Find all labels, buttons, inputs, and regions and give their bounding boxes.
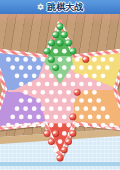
hole-7-8[interactable] — [88, 82, 93, 87]
hole-5-0[interactable] — [10, 65, 15, 70]
marble-green[interactable] — [57, 40, 64, 47]
marble-red[interactable] — [52, 130, 59, 137]
hole-7-6[interactable] — [71, 82, 76, 87]
hole-12-5[interactable] — [49, 123, 54, 128]
hole-9-7[interactable] — [79, 98, 84, 103]
hole-10-0[interactable] — [15, 106, 20, 111]
marble-red[interactable] — [44, 130, 51, 137]
marble-red[interactable] — [70, 130, 77, 137]
hole-9-8[interactable] — [88, 98, 93, 103]
marble-red[interactable] — [61, 146, 68, 153]
hole-6-6[interactable] — [66, 73, 71, 78]
hole-11-5[interactable] — [53, 115, 58, 120]
hole-10-9[interactable] — [92, 106, 97, 111]
hole-10-1[interactable] — [23, 106, 28, 111]
hole-9-5[interactable] — [62, 98, 67, 103]
hole-10-6[interactable] — [66, 106, 71, 111]
hole-5-8[interactable] — [79, 65, 84, 70]
hole-5-3[interactable] — [36, 65, 41, 70]
hole-8-1[interactable] — [32, 90, 37, 95]
hole-5-11[interactable] — [105, 65, 110, 70]
hole-12-2[interactable] — [23, 123, 28, 128]
hole-5-2[interactable] — [28, 65, 33, 70]
hole-11-8[interactable] — [79, 115, 84, 120]
hole-6-8[interactable] — [83, 73, 88, 78]
hole-4-0[interactable] — [6, 57, 11, 62]
hole-8-7[interactable] — [83, 90, 88, 95]
hole-6-0[interactable] — [15, 73, 20, 78]
marble-red[interactable] — [74, 89, 81, 96]
marble-red[interactable] — [82, 56, 89, 63]
hole-4-3[interactable] — [32, 57, 37, 62]
game-screen: ✡ 跳棋大战 — [0, 0, 120, 170]
hole-14-1[interactable] — [58, 139, 63, 144]
hole-6-4[interactable] — [49, 73, 54, 78]
hole-7-4[interactable] — [53, 82, 58, 87]
hole-11-1[interactable] — [19, 115, 24, 120]
marble-green[interactable] — [61, 31, 68, 38]
hole-10-5[interactable] — [58, 106, 63, 111]
hole-11-3[interactable] — [36, 115, 41, 120]
hole-12-12[interactable] — [109, 123, 114, 128]
hole-12-1[interactable] — [15, 123, 20, 128]
hole-4-6[interactable] — [58, 57, 63, 62]
hole-5-4[interactable] — [45, 65, 50, 70]
hole-10-3[interactable] — [40, 106, 45, 111]
marble-green[interactable] — [48, 56, 55, 63]
hole-12-3[interactable] — [32, 123, 37, 128]
marble-red[interactable] — [70, 114, 77, 121]
marble-red[interactable] — [48, 138, 55, 145]
hole-6-1[interactable] — [23, 73, 28, 78]
hole-7-1[interactable] — [28, 82, 33, 87]
hole-5-10[interactable] — [96, 65, 101, 70]
hole-7-7[interactable] — [79, 82, 84, 87]
hole-4-1[interactable] — [15, 57, 20, 62]
hole-5-6[interactable] — [62, 65, 67, 70]
marble-green[interactable] — [52, 31, 59, 38]
marble-green[interactable] — [48, 40, 55, 47]
marble-green[interactable] — [65, 40, 72, 47]
hole-9-0[interactable] — [19, 98, 24, 103]
hole-5-1[interactable] — [19, 65, 24, 70]
hole-12-6[interactable] — [58, 123, 63, 128]
hole-12-8[interactable] — [75, 123, 80, 128]
hole-5-7[interactable] — [71, 65, 76, 70]
marble-red[interactable] — [57, 155, 64, 162]
hole-4-12[interactable] — [109, 57, 114, 62]
hole-10-10[interactable] — [101, 106, 106, 111]
marble-red[interactable] — [65, 138, 72, 145]
hole-8-4[interactable] — [58, 90, 63, 95]
hexagram-star-icon: ✡ — [37, 3, 45, 12]
hole-9-9[interactable] — [96, 98, 101, 103]
app-title: 跳棋大战 — [47, 1, 83, 14]
hole-10-4[interactable] — [49, 106, 54, 111]
hole-6-7[interactable] — [75, 73, 80, 78]
hole-10-7[interactable] — [75, 106, 80, 111]
hole-8-8[interactable] — [92, 90, 97, 95]
hole-6-9[interactable] — [92, 73, 97, 78]
hole-6-2[interactable] — [32, 73, 37, 78]
hole-11-4[interactable] — [45, 115, 50, 120]
hole-8-2[interactable] — [40, 90, 45, 95]
hole-11-0[interactable] — [10, 115, 15, 120]
hole-7-5[interactable] — [62, 82, 67, 87]
hole-12-11[interactable] — [101, 123, 106, 128]
hole-9-2[interactable] — [36, 98, 41, 103]
hole-4-11[interactable] — [101, 57, 106, 62]
hole-9-6[interactable] — [71, 98, 76, 103]
hole-4-10[interactable] — [92, 57, 97, 62]
hole-4-4[interactable] — [40, 57, 45, 62]
hole-3-2[interactable] — [62, 49, 67, 54]
chinese-checkers-board[interactable] — [0, 0, 120, 170]
hole-12-9[interactable] — [83, 123, 88, 128]
hole-7-3[interactable] — [45, 82, 50, 87]
hole-13-2[interactable] — [62, 131, 67, 136]
hole-9-1[interactable] — [28, 98, 33, 103]
hole-6-10[interactable] — [101, 73, 106, 78]
hole-9-4[interactable] — [53, 98, 58, 103]
hole-11-6[interactable] — [62, 115, 67, 120]
marble-green[interactable] — [70, 48, 77, 55]
hole-8-5[interactable] — [66, 90, 71, 95]
hole-11-11[interactable] — [105, 115, 110, 120]
hole-6-3[interactable] — [40, 73, 45, 78]
hole-8-3[interactable] — [49, 90, 54, 95]
hole-4-7[interactable] — [66, 57, 71, 62]
hole-6-5[interactable] — [58, 73, 63, 78]
hole-12-4[interactable] — [40, 123, 45, 128]
hole-11-10[interactable] — [96, 115, 101, 120]
hole-10-2[interactable] — [32, 106, 37, 111]
hole-12-7[interactable] — [66, 123, 71, 128]
hole-11-2[interactable] — [28, 115, 33, 120]
marble-green[interactable] — [52, 64, 59, 71]
marble-green[interactable] — [44, 48, 51, 55]
hole-7-9[interactable] — [96, 82, 101, 87]
title-bar: ✡ 跳棋大战 — [0, 0, 120, 14]
hole-12-0[interactable] — [6, 123, 11, 128]
hole-4-2[interactable] — [23, 57, 28, 62]
hole-7-2[interactable] — [36, 82, 41, 87]
hole-11-9[interactable] — [88, 115, 93, 120]
hole-15-0[interactable] — [53, 147, 58, 152]
hole-8-0[interactable] — [23, 90, 28, 95]
hole-3-1[interactable] — [53, 49, 58, 54]
hole-12-10[interactable] — [92, 123, 97, 128]
hole-4-8[interactable] — [75, 57, 80, 62]
hole-9-3[interactable] — [45, 98, 50, 103]
hole-10-8[interactable] — [83, 106, 88, 111]
hole-7-0[interactable] — [19, 82, 24, 87]
hole-5-9[interactable] — [88, 65, 93, 70]
marble-green[interactable] — [57, 23, 64, 30]
